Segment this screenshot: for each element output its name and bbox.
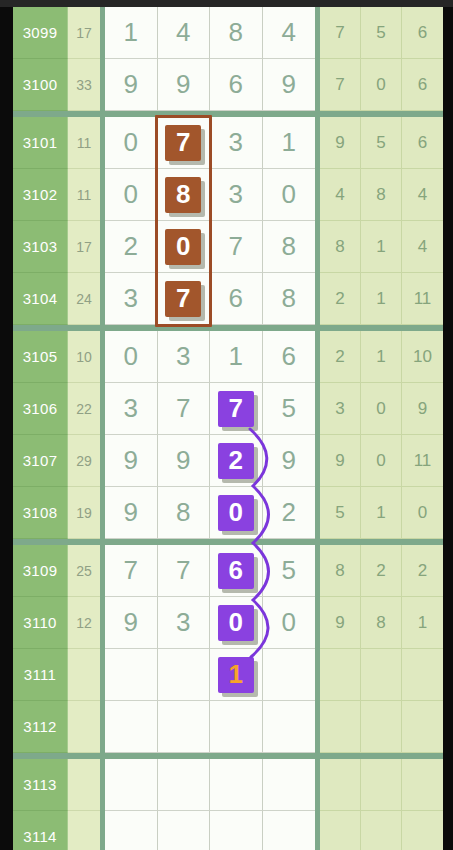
- digit-value: 8: [176, 179, 190, 210]
- digit-value: 8: [176, 497, 190, 528]
- stat-cell: 8: [320, 545, 361, 597]
- sum-value: 24: [76, 291, 92, 307]
- sum-value: 11: [77, 187, 92, 203]
- digit-value: 7: [176, 393, 190, 424]
- digit-cell: 3: [158, 331, 211, 383]
- digit-value: 9: [124, 497, 138, 528]
- stat-cell: 6: [402, 7, 443, 59]
- stat-cell: [361, 759, 402, 811]
- period-cell: 3114: [13, 811, 68, 850]
- stat-value: 1: [418, 613, 427, 633]
- stat-cell: 2: [320, 331, 361, 383]
- stat-cell: [361, 649, 402, 701]
- stat-cell: 2: [361, 545, 402, 597]
- stat-cell: [320, 759, 361, 811]
- stat-cell: [361, 811, 402, 850]
- sum-value: 17: [76, 25, 92, 41]
- digit-cell: 5: [263, 383, 316, 435]
- digit-cell: 6: [210, 273, 263, 325]
- stat-value: 3: [335, 399, 344, 419]
- digit-cell: 9: [158, 59, 211, 111]
- digit-cell: 6: [263, 331, 316, 383]
- period-cell: 3110: [13, 597, 68, 649]
- digit-value: 6: [229, 283, 243, 314]
- period-label: 3099: [23, 24, 58, 41]
- period-cell: 3111: [13, 649, 68, 701]
- digit-cell: [158, 759, 211, 811]
- digit-cell: 9: [105, 59, 158, 111]
- stat-cell: 5: [361, 117, 402, 169]
- digit-cell: 8: [210, 7, 263, 59]
- sum-value: 12: [76, 615, 92, 631]
- stat-value: 0: [376, 399, 385, 419]
- stat-cell: [320, 811, 361, 850]
- sum-cell: [68, 811, 100, 850]
- digit-cell: [210, 701, 263, 753]
- sum-value: 25: [76, 563, 92, 579]
- stat-cell: 1: [402, 597, 443, 649]
- period-label: 3110: [23, 614, 56, 631]
- sum-value: 33: [76, 77, 92, 93]
- trend-board: 3099171484756310033996970631011107319563…: [13, 7, 443, 850]
- sum-cell: 33: [68, 59, 100, 111]
- stat-cell: 4: [402, 169, 443, 221]
- digit-value: 0: [229, 497, 243, 528]
- highlight-purple: 2: [218, 443, 254, 479]
- digit-cell: 8: [158, 487, 211, 539]
- digit-value: 7: [176, 127, 190, 158]
- stat-value: 4: [418, 185, 427, 205]
- stat-value: 10: [413, 347, 432, 367]
- highlight-purple: 6: [218, 553, 254, 589]
- digit-cell: 0: [263, 169, 316, 221]
- stat-cell: 1: [361, 331, 402, 383]
- digit-cell: 7: [158, 273, 211, 325]
- digit-cell: 0: [210, 487, 263, 539]
- digit-value: 1: [229, 341, 243, 372]
- digit-value: 4: [282, 17, 296, 48]
- stat-cell: 0: [361, 59, 402, 111]
- digit-cell: [263, 701, 316, 753]
- stat-value: 8: [335, 561, 344, 581]
- sum-value: 29: [76, 453, 92, 469]
- stat-value: 2: [335, 289, 344, 309]
- sum-value: 19: [76, 505, 92, 521]
- digit-cell: 9: [263, 435, 316, 487]
- period-label: 3103: [23, 238, 58, 255]
- sum-cell: 10: [68, 331, 100, 383]
- digit-value: 0: [229, 607, 243, 638]
- stat-cell: 4: [402, 221, 443, 273]
- stat-cell: 6: [402, 59, 443, 111]
- digit-value: 1: [282, 127, 296, 158]
- digit-cell: 4: [158, 7, 211, 59]
- stat-cell: 9: [320, 597, 361, 649]
- digit-cell: 2: [210, 435, 263, 487]
- digit-cell: 1: [105, 7, 158, 59]
- highlight-purple: 0: [218, 495, 254, 531]
- stat-value: 7: [335, 75, 344, 95]
- sum-cell: 17: [68, 221, 100, 273]
- stat-cell: 8: [361, 169, 402, 221]
- stat-value: 11: [414, 289, 432, 309]
- status-bar: [0, 0, 453, 7]
- stat-cell: 7: [320, 7, 361, 59]
- stat-cell: 0: [361, 435, 402, 487]
- stat-value: 5: [335, 503, 344, 523]
- digit-value: 9: [176, 69, 190, 100]
- period-cell: 3101: [13, 117, 68, 169]
- stat-cell: 2: [320, 273, 361, 325]
- sum-value: 22: [76, 401, 92, 417]
- digit-cell: 3: [210, 117, 263, 169]
- stat-value: 8: [376, 613, 385, 633]
- period-cell: 3105: [13, 331, 68, 383]
- digit-value: 7: [176, 555, 190, 586]
- sum-cell: 11: [68, 117, 100, 169]
- digit-value: 8: [229, 17, 243, 48]
- stat-cell: [402, 811, 443, 850]
- sum-cell: 11: [68, 169, 100, 221]
- stat-value: 2: [418, 561, 427, 581]
- digit-value: 0: [124, 179, 138, 210]
- sum-cell: 17: [68, 7, 100, 59]
- digit-cell: [158, 811, 211, 850]
- digit-cell: 1: [210, 649, 263, 701]
- stat-value: 9: [418, 399, 427, 419]
- digit-value: 9: [124, 607, 138, 638]
- digit-cell: 6: [210, 59, 263, 111]
- digit-value: 9: [124, 445, 138, 476]
- digit-cell: 9: [158, 435, 211, 487]
- stat-cell: 5: [361, 7, 402, 59]
- digit-value: 4: [176, 17, 190, 48]
- sum-value: 17: [76, 239, 92, 255]
- digit-value: 6: [229, 555, 243, 586]
- stat-cell: [361, 701, 402, 753]
- prediction-cell: 1: [218, 657, 254, 693]
- digit-cell: [105, 649, 158, 701]
- period-label: 3113: [23, 776, 56, 793]
- sum-value: 11: [77, 135, 92, 151]
- stat-cell: 8: [320, 221, 361, 273]
- stat-cell: 1: [361, 487, 402, 539]
- digit-cell: 9: [263, 59, 316, 111]
- period-label: 3101: [23, 134, 58, 151]
- digit-value: 5: [282, 393, 296, 424]
- digit-value: 0: [124, 127, 138, 158]
- stat-value: 0: [376, 75, 385, 95]
- stat-cell: 6: [402, 117, 443, 169]
- digit-value: 3: [229, 179, 243, 210]
- stat-value: 2: [335, 347, 344, 367]
- digit-cell: 7: [210, 383, 263, 435]
- digit-cell: 4: [263, 7, 316, 59]
- stat-value: 5: [376, 133, 385, 153]
- stat-cell: [402, 701, 443, 753]
- digit-value: 8: [282, 283, 296, 314]
- digit-cell: 0: [105, 169, 158, 221]
- digit-value: 9: [282, 69, 296, 100]
- digit-cell: 3: [210, 169, 263, 221]
- sum-cell: [68, 649, 100, 701]
- digit-cell: 0: [105, 117, 158, 169]
- stat-value: 6: [418, 133, 427, 153]
- period-cell: 3109: [13, 545, 68, 597]
- stat-cell: 8: [361, 597, 402, 649]
- period-cell: 3108: [13, 487, 68, 539]
- stat-value: 6: [418, 75, 427, 95]
- digit-value: 7: [176, 283, 190, 314]
- digit-cell: 1: [210, 331, 263, 383]
- digit-cell: 2: [105, 221, 158, 273]
- stat-cell: [402, 649, 443, 701]
- stat-value: 9: [335, 451, 344, 471]
- digit-cell: 0: [158, 221, 211, 273]
- period-label: 3106: [23, 400, 58, 417]
- digit-cell: 5: [263, 545, 316, 597]
- digit-value: 3: [124, 393, 138, 424]
- digit-value: 0: [176, 231, 190, 262]
- period-label: 3100: [23, 76, 58, 93]
- sum-cell: 19: [68, 487, 100, 539]
- period-cell: 3100: [13, 59, 68, 111]
- digit-value: 9: [282, 445, 296, 476]
- digit-value: 9: [124, 69, 138, 100]
- period-label: 3108: [23, 504, 58, 521]
- digit-cell: [105, 811, 158, 850]
- stat-cell: 11: [402, 435, 443, 487]
- stat-value: 8: [335, 237, 344, 257]
- period-label: 3112: [23, 718, 56, 735]
- stat-cell: 11: [402, 273, 443, 325]
- period-label: 3109: [23, 562, 58, 579]
- digit-value: 3: [176, 607, 190, 638]
- stat-cell: 1: [361, 273, 402, 325]
- stat-value: 0: [418, 503, 427, 523]
- period-cell: 3106: [13, 383, 68, 435]
- digit-value: 6: [282, 341, 296, 372]
- sum-cell: [68, 759, 100, 811]
- stat-value: 4: [418, 237, 427, 257]
- digit-cell: 8: [263, 221, 316, 273]
- sum-cell: [68, 701, 100, 753]
- stat-value: 9: [335, 133, 344, 153]
- digit-cell: 3: [158, 597, 211, 649]
- stat-cell: 9: [402, 383, 443, 435]
- stat-cell: [320, 649, 361, 701]
- digit-cell: 3: [105, 383, 158, 435]
- digit-value: 0: [282, 179, 296, 210]
- period-cell: 3104: [13, 273, 68, 325]
- digit-cell: 3: [105, 273, 158, 325]
- digit-cell: [158, 649, 211, 701]
- highlight-brown: 7: [165, 125, 201, 161]
- period-label: 3114: [23, 828, 56, 845]
- highlight-brown: 7: [165, 281, 201, 317]
- stat-cell: 9: [320, 435, 361, 487]
- digit-value: 0: [282, 607, 296, 638]
- digit-cell: 2: [263, 487, 316, 539]
- sum-cell: 22: [68, 383, 100, 435]
- stat-value: 1: [376, 503, 385, 523]
- stat-cell: [320, 701, 361, 753]
- digit-cell: [105, 759, 158, 811]
- digit-cell: [158, 701, 211, 753]
- digit-cell: 0: [105, 331, 158, 383]
- stat-value: 2: [376, 561, 385, 581]
- digit-value: 7: [229, 231, 243, 262]
- digit-cell: [263, 811, 316, 850]
- highlight-purple: 0: [218, 605, 254, 641]
- stat-value: 5: [376, 23, 385, 43]
- digit-value: 7: [229, 393, 243, 424]
- digit-value: 7: [124, 555, 138, 586]
- digit-cell: 9: [105, 597, 158, 649]
- stat-value: 8: [376, 185, 385, 205]
- stat-cell: 0: [402, 487, 443, 539]
- period-label: 3105: [23, 348, 58, 365]
- digit-value: 3: [176, 341, 190, 372]
- digit-cell: 7: [158, 383, 211, 435]
- digit-value: 2: [282, 497, 296, 528]
- digit-value: 1: [124, 17, 138, 48]
- stat-cell: 0: [361, 383, 402, 435]
- stat-value: 0: [376, 451, 385, 471]
- period-cell: 3112: [13, 701, 68, 753]
- stat-cell: 1: [361, 221, 402, 273]
- digit-cell: 6: [210, 545, 263, 597]
- digit-value: 2: [229, 445, 243, 476]
- stat-cell: 4: [320, 169, 361, 221]
- period-cell: 3103: [13, 221, 68, 273]
- digit-cell: [210, 811, 263, 850]
- digit-cell: 9: [105, 435, 158, 487]
- highlight-brown: 8: [165, 177, 201, 213]
- stat-value: 1: [376, 237, 385, 257]
- stat-cell: 5: [320, 487, 361, 539]
- period-label: 3102: [23, 186, 58, 203]
- stat-cell: 3: [320, 383, 361, 435]
- digit-cell: 8: [263, 273, 316, 325]
- digit-cell: 8: [158, 169, 211, 221]
- digit-cell: 7: [158, 117, 211, 169]
- period-cell: 3107: [13, 435, 68, 487]
- digit-cell: 1: [263, 117, 316, 169]
- sum-cell: 29: [68, 435, 100, 487]
- digit-cell: 7: [158, 545, 211, 597]
- period-cell: 3102: [13, 169, 68, 221]
- digit-value: 2: [124, 231, 138, 262]
- digit-cell: 9: [105, 487, 158, 539]
- period-cell: 3113: [13, 759, 68, 811]
- sum-value: 10: [76, 349, 92, 365]
- digit-value: 5: [282, 555, 296, 586]
- period-label: 3111: [24, 666, 56, 683]
- digit-value: 3: [124, 283, 138, 314]
- digit-value: 0: [124, 341, 138, 372]
- digit-cell: [263, 759, 316, 811]
- period-label: 3104: [23, 290, 58, 307]
- digit-value: 3: [229, 127, 243, 158]
- stat-value: 4: [335, 185, 344, 205]
- digit-cell: [105, 701, 158, 753]
- digit-cell: 7: [105, 545, 158, 597]
- digit-cell: 7: [210, 221, 263, 273]
- sum-cell: 25: [68, 545, 100, 597]
- digit-cell: [263, 649, 316, 701]
- stat-value: 1: [376, 347, 385, 367]
- stat-cell: 10: [402, 331, 443, 383]
- digit-cell: [210, 759, 263, 811]
- digit-cell: 0: [263, 597, 316, 649]
- stat-cell: [402, 759, 443, 811]
- sum-cell: 24: [68, 273, 100, 325]
- stat-value: 9: [335, 613, 344, 633]
- stat-cell: 9: [320, 117, 361, 169]
- digit-value: 8: [282, 231, 296, 262]
- digit-value: 6: [229, 69, 243, 100]
- digit-value: 9: [176, 445, 190, 476]
- stat-value: 7: [335, 23, 344, 43]
- highlight-brown: 0: [165, 229, 201, 265]
- period-label: 3107: [23, 452, 58, 469]
- digit-cell: 0: [210, 597, 263, 649]
- stat-cell: 7: [320, 59, 361, 111]
- stat-value: 1: [376, 289, 385, 309]
- sum-cell: 12: [68, 597, 100, 649]
- stat-cell: 2: [402, 545, 443, 597]
- stat-value: 11: [414, 451, 432, 471]
- highlight-purple: 7: [218, 391, 254, 427]
- lottery-trend-screen: 3099171484756310033996970631011107319563…: [0, 0, 453, 850]
- stat-value: 6: [418, 23, 427, 43]
- digit-value: 1: [229, 659, 243, 690]
- period-cell: 3099: [13, 7, 68, 59]
